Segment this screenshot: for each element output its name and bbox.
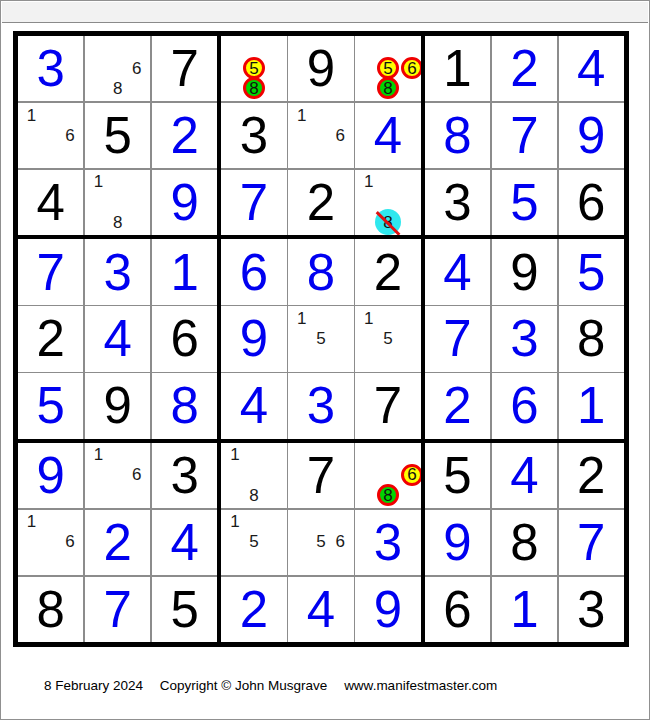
cell-r3c9[interactable]: 6 [559,170,624,235]
pencil-mark-1: 1 [230,446,239,463]
cell-r1c4[interactable]: 58 [221,36,286,101]
cell-r3c4[interactable]: 7 [221,170,286,235]
cell-r3c3[interactable]: 9 [152,170,217,235]
cell-r7c6[interactable]: 68 [355,443,420,508]
cell-r8c2[interactable]: 2 [85,510,150,575]
cell-value: 7 [425,306,490,371]
pencil-mark-8: 8 [249,487,258,504]
cell-value: 6 [492,373,557,438]
box-8: 1876815563249 [221,443,420,642]
cell-r1c6[interactable]: 568 [355,36,420,101]
cell-r9c8[interactable]: 1 [492,577,557,642]
cell-r2c9[interactable]: 9 [559,103,624,168]
pencil-mark-6: 6 [65,533,74,550]
cell-r6c8[interactable]: 6 [492,373,557,438]
cell-r9c5[interactable]: 4 [288,577,353,642]
cell-r6c9[interactable]: 1 [559,373,624,438]
cell-value: 3 [18,36,83,101]
cell-r9c3[interactable]: 5 [152,577,217,642]
cell-value: 9 [492,239,557,304]
box-1: 368716524189 [18,36,217,235]
cell-value: 7 [355,373,420,438]
cell-r9c2[interactable]: 7 [85,577,150,642]
sudoku-page: 3687165241895895683164721812487935673124… [0,0,650,720]
cell-value: 9 [152,170,217,235]
cell-r2c5[interactable]: 16 [288,103,353,168]
cell-r9c4[interactable]: 2 [221,577,286,642]
cell-r9c1[interactable]: 8 [18,577,83,642]
candidate-circle-8-cyan: 8 [375,209,401,235]
cell-value: 7 [152,36,217,101]
cell-r3c6[interactable]: 18 [355,170,420,235]
cell-value: 4 [288,577,353,642]
cell-r2c2[interactable]: 5 [85,103,150,168]
pencil-marks: 15 [288,306,353,371]
cell-r1c3[interactable]: 7 [152,36,217,101]
cell-value: 4 [492,443,557,508]
cell-r2c1[interactable]: 16 [18,103,83,168]
pencil-marks: 18 [221,443,286,508]
cell-value: 4 [355,103,420,168]
pencil-marks: 568 [355,36,420,101]
cell-value: 1 [152,239,217,304]
footer-website: www.manifestmaster.com [344,678,497,693]
cell-value: 7 [288,443,353,508]
cell-value: 6 [425,577,490,642]
footer-date: 8 February 2024 [44,678,143,693]
cell-value: 2 [425,373,490,438]
cell-value: 4 [85,306,150,371]
cell-r5c6[interactable]: 15 [355,306,420,371]
pencil-marks: 18 [85,170,150,235]
cell-r7c4[interactable]: 18 [221,443,286,508]
cell-r4c7[interactable]: 4 [425,239,490,304]
pencil-mark-5: 5 [316,533,325,550]
pencil-marks: 18 [355,170,420,235]
cell-r8c8[interactable]: 8 [492,510,557,575]
cell-r2c4[interactable]: 3 [221,103,286,168]
cell-r9c6[interactable]: 9 [355,577,420,642]
cell-value: 4 [425,239,490,304]
cell-r2c6[interactable]: 4 [355,103,420,168]
cell-r9c9[interactable]: 3 [559,577,624,642]
pencil-mark-6: 6 [335,533,344,550]
cell-value: 7 [559,510,624,575]
cell-value: 2 [355,239,420,304]
cell-value: 1 [559,373,624,438]
cell-r7c7[interactable]: 5 [425,443,490,508]
cell-r2c8[interactable]: 7 [492,103,557,168]
cell-r4c4[interactable]: 6 [221,239,286,304]
cell-r6c4[interactable]: 4 [221,373,286,438]
cell-value: 4 [152,510,217,575]
pencil-marks: 16 [288,103,353,168]
cell-value: 4 [18,170,83,235]
cell-value: 5 [492,170,557,235]
cell-value: 9 [288,36,353,101]
cell-value: 9 [85,373,150,438]
cell-r6c7[interactable]: 2 [425,373,490,438]
candidate-circle-8-green: 8 [377,484,399,506]
cell-value: 3 [288,373,353,438]
footer-copyright: Copyright © John Musgrave [160,678,328,693]
cell-r1c9[interactable]: 4 [559,36,624,101]
cell-value: 3 [85,239,150,304]
cell-value: 9 [355,577,420,642]
cell-value: 8 [18,577,83,642]
cell-value: 5 [85,103,150,168]
cell-r8c7[interactable]: 9 [425,510,490,575]
cell-value: 5 [559,239,624,304]
cell-value: 8 [288,239,353,304]
cell-value: 2 [492,36,557,101]
cell-value: 7 [85,577,150,642]
candidate-circle-5-yellow: 5 [377,57,399,79]
cell-r3c1[interactable]: 4 [18,170,83,235]
cell-r8c4[interactable]: 15 [221,510,286,575]
footer: 8 February 2024 Copyright © John Musgrav… [44,678,497,693]
cell-r7c3[interactable]: 3 [152,443,217,508]
cell-value: 2 [221,577,286,642]
box-3: 124879356 [425,36,624,235]
cell-r5c7[interactable]: 7 [425,306,490,371]
candidate-circle-5-yellow: 5 [243,57,265,79]
cell-r3c7[interactable]: 3 [425,170,490,235]
cell-r4c2[interactable]: 3 [85,239,150,304]
cell-value: 8 [559,306,624,371]
pencil-marks: 68 [355,443,420,508]
pencil-marks: 16 [18,103,83,168]
cell-r6c6[interactable]: 7 [355,373,420,438]
cell-value: 7 [18,239,83,304]
pencil-mark-5: 5 [316,330,325,347]
cell-value: 8 [425,103,490,168]
cell-r5c1[interactable]: 2 [18,306,83,371]
cell-value: 1 [492,577,557,642]
cell-r4c5[interactable]: 8 [288,239,353,304]
candidate-circle-6-yellow: 6 [401,57,423,79]
cell-value: 2 [85,510,150,575]
box-9: 542987613 [425,443,624,642]
pencil-mark-1: 1 [364,173,373,190]
cell-r7c9[interactable]: 2 [559,443,624,508]
cell-r5c9[interactable]: 8 [559,306,624,371]
cell-r8c6[interactable]: 3 [355,510,420,575]
pencil-mark-1: 1 [94,173,103,190]
cell-value: 6 [559,170,624,235]
pencil-mark-1: 1 [230,513,239,530]
cell-r1c8[interactable]: 2 [492,36,557,101]
cell-value: 2 [559,443,624,508]
pencil-marks: 15 [221,510,286,575]
cell-value: 6 [221,239,286,304]
pencil-mark-5: 5 [383,330,392,347]
cell-r2c3[interactable]: 2 [152,103,217,168]
cell-value: 1 [425,36,490,101]
cell-r1c7[interactable]: 1 [425,36,490,101]
pencil-marks: 16 [85,443,150,508]
box-6: 495738261 [425,239,624,438]
box-5: 68291515437 [221,239,420,438]
box-2: 58956831647218 [221,36,420,235]
pencil-mark-1: 1 [27,513,36,530]
candidate-circle-8-green: 8 [377,77,399,99]
cell-value: 5 [425,443,490,508]
pencil-marks: 68 [85,36,150,101]
cell-r8c9[interactable]: 7 [559,510,624,575]
cell-value: 6 [152,306,217,371]
cell-value: 7 [492,103,557,168]
cell-r2c7[interactable]: 8 [425,103,490,168]
pencil-mark-6: 6 [132,60,141,77]
cell-value: 3 [425,170,490,235]
cell-r5c8[interactable]: 3 [492,306,557,371]
cell-r7c2[interactable]: 16 [85,443,150,508]
box-7: 91631624875 [18,443,217,642]
cell-r9c7[interactable]: 6 [425,577,490,642]
page-header-band [2,2,648,23]
cell-value: 4 [559,36,624,101]
pencil-mark-8: 8 [113,214,122,231]
cell-value: 2 [18,306,83,371]
cell-r6c3[interactable]: 8 [152,373,217,438]
pencil-mark-1: 1 [297,107,306,124]
cell-r1c1[interactable]: 3 [18,36,83,101]
cell-value: 9 [559,103,624,168]
cell-r3c5[interactable]: 2 [288,170,353,235]
candidate-circle-8-green: 8 [243,77,265,99]
pencil-mark-6: 6 [132,466,141,483]
cell-value: 3 [492,306,557,371]
cell-r3c8[interactable]: 5 [492,170,557,235]
cell-r6c5[interactable]: 3 [288,373,353,438]
cell-r1c2[interactable]: 68 [85,36,150,101]
cell-value: 7 [221,170,286,235]
cell-value: 5 [152,577,217,642]
cell-value: 9 [425,510,490,575]
pencil-mark-8: 8 [113,80,122,97]
pencil-mark-6: 6 [335,127,344,144]
cell-r7c8[interactable]: 4 [492,443,557,508]
pencil-marks: 16 [18,510,83,575]
cell-r7c5[interactable]: 7 [288,443,353,508]
cell-r4c1[interactable]: 7 [18,239,83,304]
cell-value: 3 [355,510,420,575]
cell-r1c5[interactable]: 9 [288,36,353,101]
pencil-marks: 56 [288,510,353,575]
box-4: 731246598 [18,239,217,438]
pencil-marks: 58 [221,36,286,101]
cell-value: 3 [559,577,624,642]
cell-value: 2 [288,170,353,235]
cell-r5c4[interactable]: 9 [221,306,286,371]
pencil-mark-6: 6 [65,127,74,144]
cell-r5c5[interactable]: 15 [288,306,353,371]
cell-value: 3 [152,443,217,508]
pencil-mark-1: 1 [94,446,103,463]
cell-r4c8[interactable]: 9 [492,239,557,304]
cell-value: 8 [152,373,217,438]
cell-r4c6[interactable]: 2 [355,239,420,304]
cell-value: 2 [152,103,217,168]
cell-value: 4 [221,373,286,438]
pencil-mark-1: 1 [297,310,306,327]
cell-value: 8 [492,510,557,575]
cell-r7c1[interactable]: 9 [18,443,83,508]
pencil-marks: 15 [355,306,420,371]
cell-r8c3[interactable]: 4 [152,510,217,575]
cell-value: 3 [221,103,286,168]
pencil-mark-1: 1 [27,107,36,124]
cell-value: 9 [18,443,83,508]
cell-value: 9 [221,306,286,371]
cell-r5c3[interactable]: 6 [152,306,217,371]
cell-r6c1[interactable]: 5 [18,373,83,438]
cell-r4c3[interactable]: 1 [152,239,217,304]
candidate-circle-6-yellow: 6 [401,464,423,486]
cell-r5c2[interactable]: 4 [85,306,150,371]
pencil-mark-1: 1 [364,310,373,327]
sudoku-board: 3687165241895895683164721812487935673124… [13,31,629,647]
pencil-mark-5: 5 [249,533,258,550]
cell-value: 5 [18,373,83,438]
cell-r6c2[interactable]: 9 [85,373,150,438]
cell-r8c5[interactable]: 56 [288,510,353,575]
cell-r8c1[interactable]: 16 [18,510,83,575]
cell-r3c2[interactable]: 18 [85,170,150,235]
cell-r4c9[interactable]: 5 [559,239,624,304]
